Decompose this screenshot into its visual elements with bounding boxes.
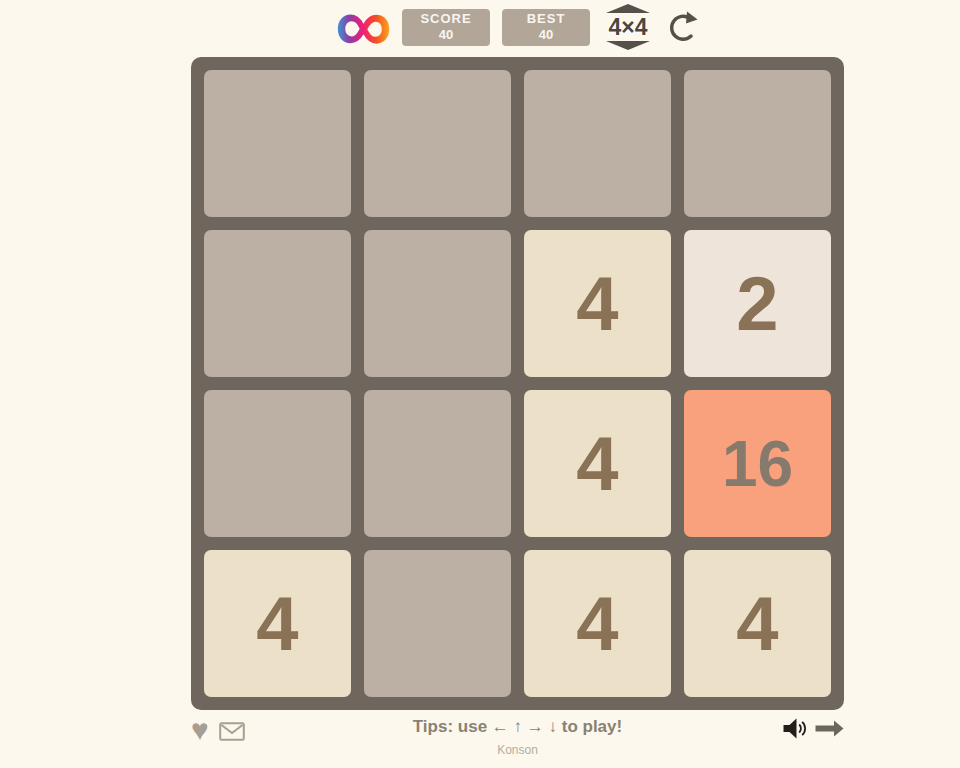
- tile-4: 4: [524, 230, 671, 377]
- best-label: BEST: [527, 11, 566, 27]
- tile-16: 16: [684, 390, 831, 537]
- empty-cell: [204, 70, 351, 217]
- empty-cell: [204, 230, 351, 377]
- credit-text: Konson: [191, 743, 844, 757]
- restart-icon[interactable]: [666, 10, 700, 44]
- header: ∞ SCORE 40 BEST 40 4×4: [191, 0, 844, 54]
- page: { "game": "2048", "position": { "rows": …: [0, 0, 960, 768]
- empty-cell: [364, 550, 511, 697]
- infinity-logo-icon: ∞: [335, 1, 390, 49]
- board-grid[interactable]: 42416444: [191, 57, 844, 710]
- swipe-right-arrow-icon[interactable]: [814, 720, 845, 737]
- tips-text: Tips: use ← ↑ → ↓ to play!: [191, 717, 844, 737]
- footer: ♥ Tips: use ← ↑ → ↓ to play! Konson: [0, 712, 960, 768]
- tile-2: 2: [684, 230, 831, 377]
- tile-4: 4: [524, 550, 671, 697]
- tile-4: 4: [684, 550, 831, 697]
- grid-size-label: 4×4: [609, 15, 648, 39]
- empty-cell: [364, 70, 511, 217]
- triangle-up-icon[interactable]: [606, 4, 650, 13]
- sound-icon[interactable]: [782, 717, 807, 740]
- score-label: SCORE: [420, 11, 471, 27]
- best-box: BEST 40: [502, 9, 590, 46]
- tile-4: 4: [204, 550, 351, 697]
- tile-4: 4: [524, 390, 671, 537]
- empty-cell: [364, 230, 511, 377]
- triangle-down-icon[interactable]: [606, 41, 650, 50]
- best-value: 40: [539, 27, 553, 43]
- grid-size-selector[interactable]: 4×4: [602, 4, 654, 50]
- score-value: 40: [439, 27, 453, 43]
- empty-cell: [204, 390, 351, 537]
- empty-cell: [684, 70, 831, 217]
- score-box: SCORE 40: [402, 9, 490, 46]
- empty-cell: [524, 70, 671, 217]
- footer-right-icons: [782, 717, 845, 740]
- empty-cell: [364, 390, 511, 537]
